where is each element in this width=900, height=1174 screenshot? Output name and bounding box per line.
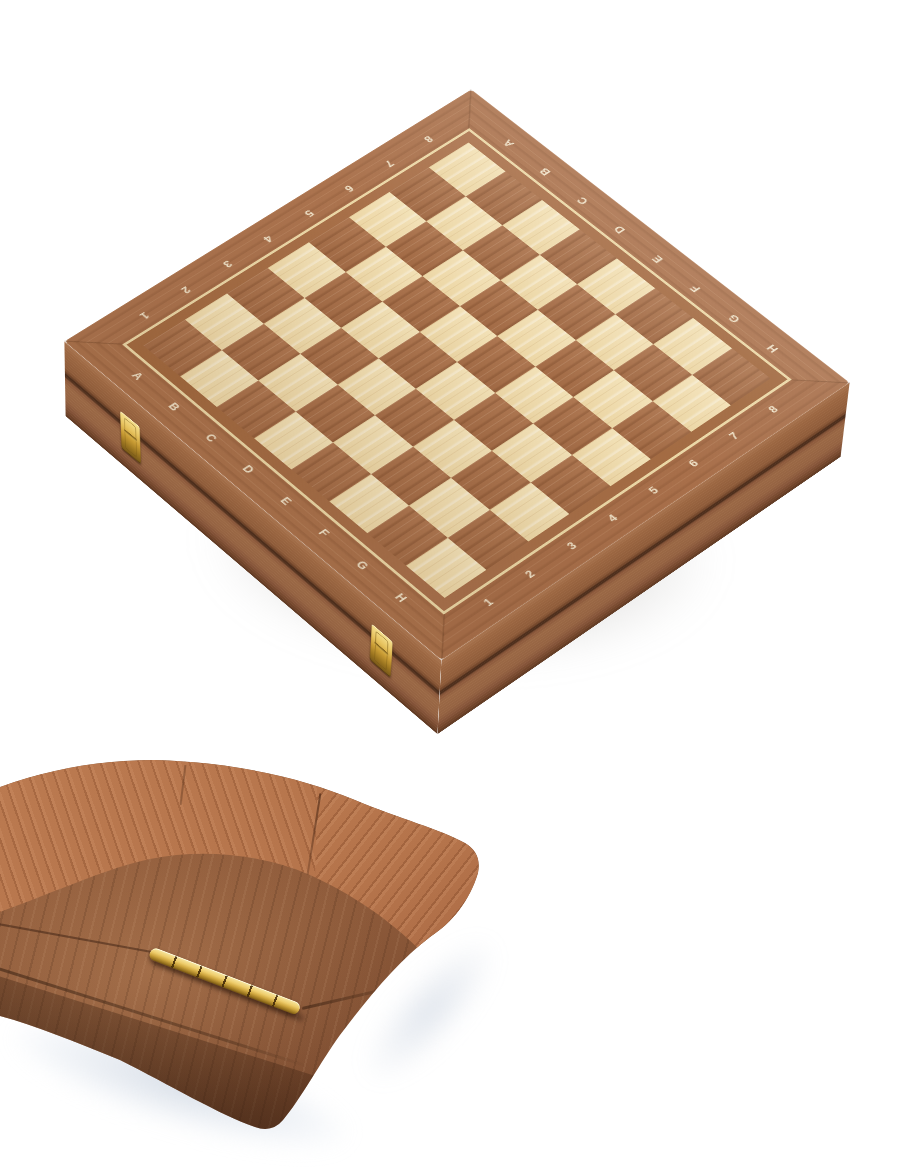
square-c2 — [259, 354, 338, 411]
coord-top-D: D — [611, 224, 628, 236]
coord-bottom-F: F — [316, 527, 333, 539]
coord-bottom-G: G — [354, 558, 372, 572]
coord-left-4: 4 — [261, 233, 276, 244]
coord-left-7: 7 — [382, 158, 397, 169]
square-f1 — [329, 474, 409, 533]
coord-bottom-H: H — [392, 591, 410, 604]
coord-left-5: 5 — [301, 208, 316, 219]
frame-mitre-joint — [441, 611, 445, 660]
coord-bottom-E: E — [278, 494, 295, 506]
coord-right-3: 3 — [563, 539, 579, 551]
square-g2 — [409, 478, 489, 538]
square-f4 — [454, 393, 533, 451]
coord-top-A: A — [500, 137, 517, 148]
square-d2 — [296, 384, 375, 442]
photo-board-top-view: ABCDEFGHABCDEFGH8765432187654321 — [0, 0, 900, 755]
coord-bottom-C: C — [203, 431, 221, 444]
coord-right-6: 6 — [685, 457, 701, 469]
square-h6 — [612, 401, 691, 459]
coord-right-5: 5 — [645, 484, 661, 496]
coord-right-1: 1 — [480, 596, 496, 609]
coord-bottom-D: D — [240, 463, 258, 476]
square-g5 — [533, 397, 612, 455]
square-h4 — [531, 455, 611, 514]
square-h3 — [489, 482, 569, 542]
board-tilt-wrapper: ABCDEFGHABCDEFGH8765432187654321 — [165, 70, 749, 654]
square-h5 — [572, 428, 651, 487]
square-g4 — [492, 424, 571, 482]
square-e3 — [375, 388, 454, 446]
brass-hinge-clasp-1 — [120, 411, 141, 465]
square-c1 — [217, 380, 296, 438]
square-h1 — [406, 537, 487, 598]
closeup-box-corner — [0, 755, 580, 1174]
coord-top-B: B — [537, 166, 554, 178]
coord-left-3: 3 — [220, 258, 235, 269]
coord-left-6: 6 — [342, 183, 357, 194]
square-f2 — [371, 446, 451, 505]
square-e2 — [333, 415, 412, 473]
coord-top-G: G — [725, 312, 743, 324]
coord-top-F: F — [688, 283, 704, 294]
photo-corner-closeup — [0, 755, 580, 1174]
coord-bottom-A: A — [129, 369, 147, 381]
square-d1 — [254, 411, 333, 469]
square-h2 — [448, 510, 529, 570]
coord-right-8: 8 — [765, 403, 781, 415]
square-g3 — [451, 451, 531, 510]
coord-top-C: C — [574, 195, 591, 207]
square-e4 — [416, 362, 495, 419]
coord-right-4: 4 — [604, 512, 620, 524]
coord-left-2: 2 — [178, 284, 193, 295]
brass-hinge-clasp-2 — [370, 624, 393, 678]
square-h7 — [652, 374, 731, 431]
coord-left-8: 8 — [421, 133, 436, 144]
coord-right-7: 7 — [725, 430, 741, 442]
coord-bottom-B: B — [166, 400, 184, 412]
square-f3 — [413, 419, 492, 477]
page: ABCDEFGHABCDEFGH8765432187654321 — [0, 0, 900, 1174]
square-b1 — [180, 350, 259, 407]
coord-top-H: H — [764, 342, 781, 354]
square-e1 — [291, 442, 371, 501]
square-d3 — [337, 358, 416, 415]
coord-left-1: 1 — [137, 310, 152, 322]
coord-top-E: E — [649, 253, 665, 264]
square-g6 — [574, 370, 653, 427]
square-g1 — [367, 505, 448, 565]
square-f5 — [495, 366, 574, 423]
coord-right-2: 2 — [521, 567, 537, 579]
